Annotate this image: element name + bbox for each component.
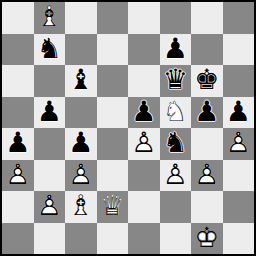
piece-white-pawn[interactable]: ♟♙	[223, 128, 255, 160]
square-a6[interactable]	[2, 65, 34, 97]
black-pawn-glyph: ♟	[34, 97, 66, 129]
white-bishop-outline-glyph: ♗	[65, 191, 97, 223]
piece-black-king[interactable]: ♚	[191, 65, 223, 97]
black-pawn-glyph: ♟	[2, 128, 34, 160]
piece-white-bishop[interactable]: ♝♗	[34, 2, 66, 34]
square-b7[interactable]: ♞	[34, 34, 66, 66]
square-f5[interactable]: ♞♘	[160, 97, 192, 129]
square-d4[interactable]	[97, 128, 129, 160]
white-pawn-outline-glyph: ♙	[128, 128, 160, 160]
chess-board: ♝♗♞♟♝♛♚♟♟♞♘♟♟♟♟♟♙♞♟♙♟♙♟♙♟♙♟♙♟♙♝♗♛♕♚♔	[2, 2, 254, 254]
square-g3[interactable]: ♟♙	[191, 160, 223, 192]
black-pawn-glyph: ♟	[223, 97, 255, 129]
black-queen-glyph: ♛	[160, 65, 192, 97]
square-b6[interactable]	[34, 65, 66, 97]
square-d6[interactable]	[97, 65, 129, 97]
square-h4[interactable]: ♟♙	[223, 128, 255, 160]
piece-white-pawn[interactable]: ♟♙	[191, 160, 223, 192]
square-h3[interactable]	[223, 160, 255, 192]
white-queen-outline-glyph: ♕	[97, 191, 129, 223]
piece-white-king[interactable]: ♚♔	[191, 223, 223, 255]
square-e4[interactable]: ♟♙	[128, 128, 160, 160]
chess-board-frame: ♝♗♞♟♝♛♚♟♟♞♘♟♟♟♟♟♙♞♟♙♟♙♟♙♟♙♟♙♟♙♝♗♛♕♚♔	[0, 0, 256, 256]
black-knight-glyph: ♞	[34, 34, 66, 66]
square-h7[interactable]	[223, 34, 255, 66]
white-pawn-outline-glyph: ♙	[223, 128, 255, 160]
square-a5[interactable]	[2, 97, 34, 129]
piece-white-pawn[interactable]: ♟♙	[34, 191, 66, 223]
square-e6[interactable]	[128, 65, 160, 97]
square-f1[interactable]	[160, 223, 192, 255]
square-f8[interactable]	[160, 2, 192, 34]
square-h8[interactable]	[223, 2, 255, 34]
black-bishop-glyph: ♝	[65, 65, 97, 97]
square-e1[interactable]	[128, 223, 160, 255]
piece-black-bishop[interactable]: ♝	[65, 65, 97, 97]
white-pawn-outline-glyph: ♙	[2, 160, 34, 192]
piece-white-bishop[interactable]: ♝♗	[65, 191, 97, 223]
piece-black-knight[interactable]: ♞	[34, 34, 66, 66]
square-b5[interactable]: ♟	[34, 97, 66, 129]
piece-black-pawn[interactable]: ♟	[65, 128, 97, 160]
square-c3[interactable]: ♟♙	[65, 160, 97, 192]
piece-white-pawn[interactable]: ♟♙	[128, 128, 160, 160]
square-f3[interactable]: ♟♙	[160, 160, 192, 192]
square-g4[interactable]	[191, 128, 223, 160]
square-g1[interactable]: ♚♔	[191, 223, 223, 255]
square-c2[interactable]: ♝♗	[65, 191, 97, 223]
white-pawn-outline-glyph: ♙	[65, 160, 97, 192]
white-knight-outline-glyph: ♘	[160, 97, 192, 129]
square-d7[interactable]	[97, 34, 129, 66]
piece-white-pawn[interactable]: ♟♙	[65, 160, 97, 192]
square-c8[interactable]	[65, 2, 97, 34]
square-h2[interactable]	[223, 191, 255, 223]
piece-black-pawn[interactable]: ♟	[128, 97, 160, 129]
black-pawn-glyph: ♟	[65, 128, 97, 160]
piece-black-pawn[interactable]: ♟	[191, 97, 223, 129]
square-e3[interactable]	[128, 160, 160, 192]
square-h1[interactable]	[223, 223, 255, 255]
square-d5[interactable]	[97, 97, 129, 129]
square-c6[interactable]: ♝	[65, 65, 97, 97]
square-b1[interactable]	[34, 223, 66, 255]
square-c4[interactable]: ♟	[65, 128, 97, 160]
black-pawn-glyph: ♟	[128, 97, 160, 129]
piece-black-knight[interactable]: ♞	[160, 128, 192, 160]
piece-black-pawn[interactable]: ♟	[160, 34, 192, 66]
square-d2[interactable]: ♛♕	[97, 191, 129, 223]
square-g2[interactable]	[191, 191, 223, 223]
square-g7[interactable]	[191, 34, 223, 66]
square-g6[interactable]: ♚	[191, 65, 223, 97]
square-b3[interactable]	[34, 160, 66, 192]
square-e8[interactable]	[128, 2, 160, 34]
square-b2[interactable]: ♟♙	[34, 191, 66, 223]
square-a4[interactable]: ♟	[2, 128, 34, 160]
piece-white-pawn[interactable]: ♟♙	[2, 160, 34, 192]
square-a2[interactable]	[2, 191, 34, 223]
square-a3[interactable]: ♟♙	[2, 160, 34, 192]
piece-black-pawn[interactable]: ♟	[2, 128, 34, 160]
square-a8[interactable]	[2, 2, 34, 34]
square-g5[interactable]: ♟	[191, 97, 223, 129]
piece-white-pawn[interactable]: ♟♙	[160, 160, 192, 192]
square-c1[interactable]	[65, 223, 97, 255]
square-f7[interactable]: ♟	[160, 34, 192, 66]
white-pawn-outline-glyph: ♙	[160, 160, 192, 192]
white-king-outline-glyph: ♔	[191, 223, 223, 255]
square-c5[interactable]	[65, 97, 97, 129]
square-e2[interactable]	[128, 191, 160, 223]
piece-black-queen[interactable]: ♛	[160, 65, 192, 97]
black-pawn-glyph: ♟	[160, 34, 192, 66]
square-f6[interactable]: ♛	[160, 65, 192, 97]
black-pawn-glyph: ♟	[191, 97, 223, 129]
square-h5[interactable]: ♟	[223, 97, 255, 129]
square-d3[interactable]	[97, 160, 129, 192]
piece-black-pawn[interactable]: ♟	[34, 97, 66, 129]
piece-white-knight[interactable]: ♞♘	[160, 97, 192, 129]
piece-black-pawn[interactable]: ♟	[223, 97, 255, 129]
square-a1[interactable]	[2, 223, 34, 255]
square-f2[interactable]	[160, 191, 192, 223]
square-f4[interactable]: ♞	[160, 128, 192, 160]
black-king-glyph: ♚	[191, 65, 223, 97]
piece-white-queen[interactable]: ♛♕	[97, 191, 129, 223]
square-b4[interactable]	[34, 128, 66, 160]
square-e7[interactable]	[128, 34, 160, 66]
square-h6[interactable]	[223, 65, 255, 97]
white-pawn-outline-glyph: ♙	[191, 160, 223, 192]
square-c7[interactable]	[65, 34, 97, 66]
square-d1[interactable]	[97, 223, 129, 255]
white-bishop-outline-glyph: ♗	[34, 2, 66, 34]
square-b8[interactable]: ♝♗	[34, 2, 66, 34]
square-d8[interactable]	[97, 2, 129, 34]
white-pawn-outline-glyph: ♙	[34, 191, 66, 223]
square-e5[interactable]: ♟	[128, 97, 160, 129]
square-a7[interactable]	[2, 34, 34, 66]
square-g8[interactable]	[191, 2, 223, 34]
black-knight-glyph: ♞	[160, 128, 192, 160]
